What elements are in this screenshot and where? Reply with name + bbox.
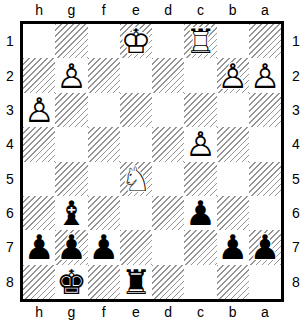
black-pawn[interactable]: ♟ bbox=[55, 230, 87, 264]
square-d3[interactable] bbox=[152, 93, 184, 127]
square-h7[interactable]: ♟ bbox=[23, 230, 55, 264]
rank-label-8: 8 bbox=[287, 265, 305, 299]
square-e4[interactable] bbox=[120, 127, 152, 161]
white-pawn[interactable]: ♟♙ bbox=[55, 58, 87, 92]
square-h1[interactable] bbox=[23, 24, 55, 58]
file-label-g: g bbox=[55, 303, 87, 321]
square-e7[interactable] bbox=[120, 230, 152, 264]
black-bishop[interactable]: ♝ bbox=[55, 196, 87, 230]
square-b7[interactable]: ♟ bbox=[217, 230, 249, 264]
square-h8[interactable] bbox=[23, 265, 55, 299]
square-f8[interactable] bbox=[88, 265, 120, 299]
square-b6[interactable] bbox=[217, 196, 249, 230]
file-label-c: c bbox=[184, 303, 216, 321]
square-c3[interactable] bbox=[184, 93, 216, 127]
white-pawn[interactable]: ♟♙ bbox=[217, 58, 249, 92]
black-pawn[interactable]: ♟ bbox=[249, 230, 281, 264]
square-f7[interactable]: ♟ bbox=[88, 230, 120, 264]
file-labels-bottom: hgfedcba bbox=[23, 303, 281, 321]
square-a2[interactable]: ♟♙ bbox=[249, 58, 281, 92]
black-king[interactable]: ♚ bbox=[55, 265, 87, 299]
file-label-e: e bbox=[120, 303, 152, 321]
square-d4[interactable] bbox=[152, 127, 184, 161]
rank-label-2: 2 bbox=[287, 58, 305, 92]
rank-labels-right: 12345678 bbox=[287, 24, 305, 299]
file-label-a: a bbox=[249, 303, 281, 321]
file-label-d: d bbox=[152, 303, 184, 321]
square-h3[interactable]: ♟♙ bbox=[23, 93, 55, 127]
square-e2[interactable] bbox=[120, 58, 152, 92]
rank-label-4: 4 bbox=[1, 127, 19, 161]
chess-board: ♚♔♜♖♟♙♟♙♟♙♟♙♟♙♞♘♝♟♟♟♟♟♟♚♜ bbox=[20, 21, 284, 302]
square-a8[interactable] bbox=[249, 265, 281, 299]
square-g1[interactable] bbox=[55, 24, 87, 58]
black-pawn[interactable]: ♟ bbox=[23, 230, 55, 264]
square-f4[interactable] bbox=[88, 127, 120, 161]
square-g7[interactable]: ♟ bbox=[55, 230, 87, 264]
square-b8[interactable] bbox=[217, 265, 249, 299]
square-b4[interactable] bbox=[217, 127, 249, 161]
square-d5[interactable] bbox=[152, 162, 184, 196]
square-c6[interactable]: ♟ bbox=[184, 196, 216, 230]
square-b2[interactable]: ♟♙ bbox=[217, 58, 249, 92]
rank-label-8: 8 bbox=[1, 265, 19, 299]
rank-label-7: 7 bbox=[1, 230, 19, 264]
square-a1[interactable] bbox=[249, 24, 281, 58]
rank-label-1: 1 bbox=[1, 24, 19, 58]
file-label-e: e bbox=[120, 1, 152, 19]
file-label-g: g bbox=[55, 1, 87, 19]
square-d2[interactable] bbox=[152, 58, 184, 92]
file-label-h: h bbox=[23, 303, 55, 321]
rank-label-6: 6 bbox=[287, 196, 305, 230]
file-label-c: c bbox=[184, 1, 216, 19]
square-g4[interactable] bbox=[55, 127, 87, 161]
square-b1[interactable] bbox=[217, 24, 249, 58]
square-h6[interactable] bbox=[23, 196, 55, 230]
black-pawn[interactable]: ♟ bbox=[88, 230, 120, 264]
rank-label-2: 2 bbox=[1, 58, 19, 92]
square-h5[interactable] bbox=[23, 162, 55, 196]
file-label-h: h bbox=[23, 1, 55, 19]
file-label-f: f bbox=[88, 1, 120, 19]
rank-label-1: 1 bbox=[287, 24, 305, 58]
file-label-a: a bbox=[249, 1, 281, 19]
square-g8[interactable]: ♚ bbox=[55, 265, 87, 299]
white-knight[interactable]: ♞♘ bbox=[120, 162, 152, 196]
chess-diagram: hgfedcba 12345678 12345678 ♚♔♜♖♟♙♟♙♟♙♟♙♟… bbox=[0, 0, 306, 323]
square-c5[interactable] bbox=[184, 162, 216, 196]
square-d6[interactable] bbox=[152, 196, 184, 230]
square-f3[interactable] bbox=[88, 93, 120, 127]
black-pawn[interactable]: ♟ bbox=[184, 196, 216, 230]
rank-label-7: 7 bbox=[287, 230, 305, 264]
rank-label-3: 3 bbox=[287, 93, 305, 127]
white-king[interactable]: ♚♔ bbox=[120, 24, 152, 58]
square-g6[interactable]: ♝ bbox=[55, 196, 87, 230]
square-d7[interactable] bbox=[152, 230, 184, 264]
square-a4[interactable] bbox=[249, 127, 281, 161]
square-h4[interactable] bbox=[23, 127, 55, 161]
file-label-f: f bbox=[88, 303, 120, 321]
square-h2[interactable] bbox=[23, 58, 55, 92]
square-a3[interactable] bbox=[249, 93, 281, 127]
square-b3[interactable] bbox=[217, 93, 249, 127]
rank-label-5: 5 bbox=[287, 162, 305, 196]
square-f6[interactable] bbox=[88, 196, 120, 230]
white-pawn[interactable]: ♟♙ bbox=[184, 127, 216, 161]
black-pawn[interactable]: ♟ bbox=[217, 230, 249, 264]
file-label-b: b bbox=[217, 303, 249, 321]
square-e5[interactable]: ♞♘ bbox=[120, 162, 152, 196]
square-c8[interactable] bbox=[184, 265, 216, 299]
square-g2[interactable]: ♟♙ bbox=[55, 58, 87, 92]
file-labels-top: hgfedcba bbox=[23, 1, 281, 19]
rank-label-5: 5 bbox=[1, 162, 19, 196]
square-b5[interactable] bbox=[217, 162, 249, 196]
square-a7[interactable]: ♟ bbox=[249, 230, 281, 264]
square-a5[interactable] bbox=[249, 162, 281, 196]
rank-label-3: 3 bbox=[1, 93, 19, 127]
square-c4[interactable]: ♟♙ bbox=[184, 127, 216, 161]
file-label-d: d bbox=[152, 1, 184, 19]
square-f1[interactable] bbox=[88, 24, 120, 58]
white-pawn[interactable]: ♟♙ bbox=[249, 58, 281, 92]
square-g5[interactable] bbox=[55, 162, 87, 196]
square-e8[interactable]: ♜ bbox=[120, 265, 152, 299]
square-d8[interactable] bbox=[152, 265, 184, 299]
white-pawn[interactable]: ♟♙ bbox=[23, 93, 55, 127]
square-a6[interactable] bbox=[249, 196, 281, 230]
rank-label-4: 4 bbox=[287, 127, 305, 161]
square-f5[interactable] bbox=[88, 162, 120, 196]
square-d1[interactable] bbox=[152, 24, 184, 58]
rank-label-6: 6 bbox=[1, 196, 19, 230]
square-e1[interactable]: ♚♔ bbox=[120, 24, 152, 58]
white-rook[interactable]: ♜♖ bbox=[184, 24, 216, 58]
square-g3[interactable] bbox=[55, 93, 87, 127]
square-e6[interactable] bbox=[120, 196, 152, 230]
file-label-b: b bbox=[217, 1, 249, 19]
black-rook[interactable]: ♜ bbox=[120, 265, 152, 299]
square-c2[interactable] bbox=[184, 58, 216, 92]
rank-labels-left: 12345678 bbox=[1, 24, 19, 299]
square-e3[interactable] bbox=[120, 93, 152, 127]
square-c1[interactable]: ♜♖ bbox=[184, 24, 216, 58]
square-c7[interactable] bbox=[184, 230, 216, 264]
square-f2[interactable] bbox=[88, 58, 120, 92]
